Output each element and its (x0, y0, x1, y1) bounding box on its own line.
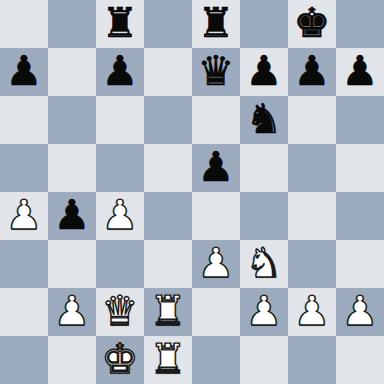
white-pawn-piece[interactable]: ♟ (294, 287, 331, 335)
square-a6[interactable] (0, 96, 48, 144)
square-c4[interactable]: ♟ (96, 192, 144, 240)
square-a8[interactable] (0, 0, 48, 48)
square-a7[interactable]: ♟ (0, 48, 48, 96)
square-c2[interactable]: ♛ (96, 288, 144, 336)
square-b7[interactable] (48, 48, 96, 96)
square-d5[interactable] (144, 144, 192, 192)
square-c6[interactable] (96, 96, 144, 144)
square-e4[interactable] (192, 192, 240, 240)
square-f7[interactable]: ♟ (240, 48, 288, 96)
square-d4[interactable] (144, 192, 192, 240)
white-rook-piece[interactable]: ♜ (150, 335, 187, 383)
square-f2[interactable]: ♟ (240, 288, 288, 336)
black-pawn-piece[interactable]: ♟ (246, 47, 283, 95)
square-e3[interactable]: ♟ (192, 240, 240, 288)
square-b3[interactable] (48, 240, 96, 288)
white-pawn-piece[interactable]: ♟ (246, 287, 283, 335)
square-f8[interactable] (240, 0, 288, 48)
square-h6[interactable] (336, 96, 384, 144)
square-g7[interactable]: ♟ (288, 48, 336, 96)
black-pawn-piece[interactable]: ♟ (294, 47, 331, 95)
square-g1[interactable] (288, 336, 336, 384)
square-d1[interactable]: ♜ (144, 336, 192, 384)
white-king-piece[interactable]: ♚ (102, 335, 139, 383)
square-b5[interactable] (48, 144, 96, 192)
square-d2[interactable]: ♜ (144, 288, 192, 336)
square-h4[interactable] (336, 192, 384, 240)
square-a5[interactable] (0, 144, 48, 192)
square-a4[interactable]: ♟ (0, 192, 48, 240)
square-e8[interactable]: ♜ (192, 0, 240, 48)
square-h5[interactable] (336, 144, 384, 192)
white-pawn-piece[interactable]: ♟ (342, 287, 379, 335)
white-queen-piece[interactable]: ♛ (102, 287, 139, 335)
square-b8[interactable] (48, 0, 96, 48)
square-b2[interactable]: ♟ (48, 288, 96, 336)
square-c3[interactable] (96, 240, 144, 288)
black-pawn-piece[interactable]: ♟ (102, 47, 139, 95)
white-pawn-piece[interactable]: ♟ (198, 239, 235, 287)
black-queen-piece[interactable]: ♛ (198, 47, 235, 95)
chess-board: ♜♜♚♟♟♛♟♟♟♞♟♟♟♟♟♞♟♛♜♟♟♟♚♜ (0, 0, 384, 384)
square-f5[interactable] (240, 144, 288, 192)
square-c5[interactable] (96, 144, 144, 192)
square-e7[interactable]: ♛ (192, 48, 240, 96)
black-knight-piece[interactable]: ♞ (246, 95, 283, 143)
black-pawn-piece[interactable]: ♟ (6, 47, 43, 95)
square-c1[interactable]: ♚ (96, 336, 144, 384)
square-d3[interactable] (144, 240, 192, 288)
black-king-piece[interactable]: ♚ (294, 0, 331, 47)
square-h2[interactable]: ♟ (336, 288, 384, 336)
square-a3[interactable] (0, 240, 48, 288)
white-pawn-piece[interactable]: ♟ (6, 191, 43, 239)
white-pawn-piece[interactable]: ♟ (54, 287, 91, 335)
black-pawn-piece[interactable]: ♟ (198, 143, 235, 191)
square-b1[interactable] (48, 336, 96, 384)
black-rook-piece[interactable]: ♜ (102, 0, 139, 47)
square-f6[interactable]: ♞ (240, 96, 288, 144)
square-g2[interactable]: ♟ (288, 288, 336, 336)
square-a2[interactable] (0, 288, 48, 336)
square-g3[interactable] (288, 240, 336, 288)
square-f1[interactable] (240, 336, 288, 384)
square-b4[interactable]: ♟ (48, 192, 96, 240)
white-rook-piece[interactable]: ♜ (150, 287, 187, 335)
black-rook-piece[interactable]: ♜ (198, 0, 235, 47)
square-h8[interactable] (336, 0, 384, 48)
square-e5[interactable]: ♟ (192, 144, 240, 192)
square-c7[interactable]: ♟ (96, 48, 144, 96)
square-b6[interactable] (48, 96, 96, 144)
square-e1[interactable] (192, 336, 240, 384)
square-a1[interactable] (0, 336, 48, 384)
square-f4[interactable] (240, 192, 288, 240)
square-c8[interactable]: ♜ (96, 0, 144, 48)
white-knight-piece[interactable]: ♞ (246, 239, 283, 287)
square-d6[interactable] (144, 96, 192, 144)
square-d7[interactable] (144, 48, 192, 96)
square-g4[interactable] (288, 192, 336, 240)
square-d8[interactable] (144, 0, 192, 48)
square-h3[interactable] (336, 240, 384, 288)
square-g8[interactable]: ♚ (288, 0, 336, 48)
square-h7[interactable]: ♟ (336, 48, 384, 96)
square-h1[interactable] (336, 336, 384, 384)
square-g6[interactable] (288, 96, 336, 144)
square-f3[interactable]: ♞ (240, 240, 288, 288)
black-pawn-piece[interactable]: ♟ (342, 47, 379, 95)
white-pawn-piece[interactable]: ♟ (102, 191, 139, 239)
square-e6[interactable] (192, 96, 240, 144)
black-pawn-piece[interactable]: ♟ (54, 191, 91, 239)
square-e2[interactable] (192, 288, 240, 336)
square-g5[interactable] (288, 144, 336, 192)
